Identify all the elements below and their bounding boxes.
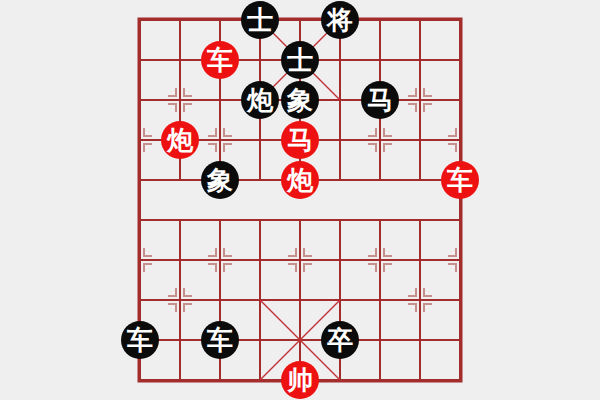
xiangqi-position-diagram: 士将车士炮象马炮马象炮车车车卒帅	[0, 0, 600, 400]
piece-black-advisor[interactable]: 士	[241, 1, 279, 39]
piece-red-cannon[interactable]: 炮	[161, 121, 199, 159]
piece-red-chariot[interactable]: 车	[441, 161, 479, 199]
piece-black-advisor[interactable]: 士	[281, 41, 319, 79]
piece-black-soldier[interactable]: 卒	[321, 321, 359, 359]
piece-red-general[interactable]: 帅	[281, 361, 319, 399]
piece-black-chariot[interactable]: 车	[201, 321, 239, 359]
piece-red-cannon[interactable]: 炮	[281, 161, 319, 199]
piece-black-horse[interactable]: 马	[361, 81, 399, 119]
piece-red-horse[interactable]: 马	[281, 121, 319, 159]
piece-black-cannon[interactable]: 炮	[241, 81, 279, 119]
piece-black-general[interactable]: 将	[321, 1, 359, 39]
piece-red-chariot[interactable]: 车	[201, 41, 239, 79]
piece-black-elephant[interactable]: 象	[281, 81, 319, 119]
piece-black-chariot[interactable]: 车	[121, 321, 159, 359]
piece-black-elephant[interactable]: 象	[201, 161, 239, 199]
